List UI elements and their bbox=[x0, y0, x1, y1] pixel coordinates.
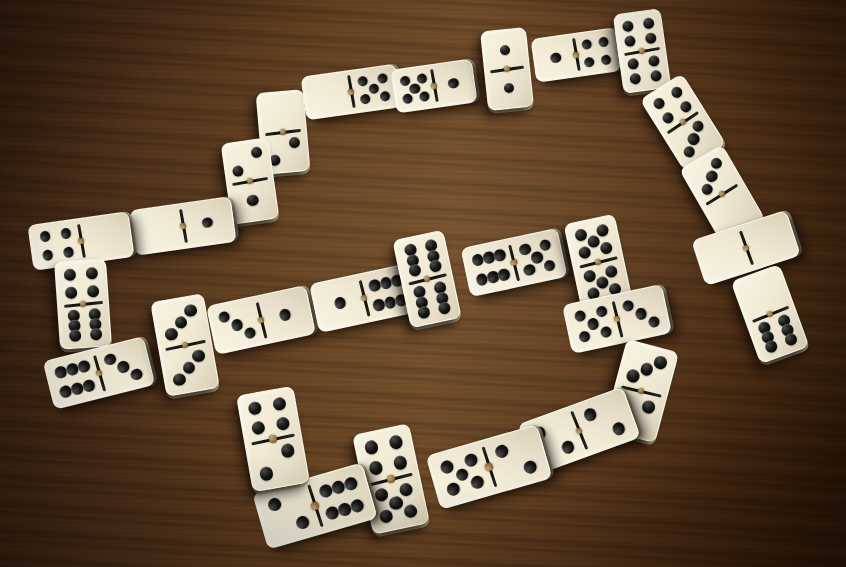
half-top-or-left-5 bbox=[566, 296, 620, 352]
half-top-or-left-3 bbox=[210, 297, 264, 353]
pip bbox=[642, 17, 654, 29]
pip bbox=[518, 242, 532, 256]
half-top-or-left-1 bbox=[313, 275, 367, 331]
pip bbox=[641, 399, 656, 414]
pip bbox=[364, 439, 380, 455]
pip bbox=[416, 73, 427, 84]
pip bbox=[454, 467, 470, 483]
pip bbox=[595, 275, 609, 289]
half-bottom-or-right-1 bbox=[228, 180, 278, 221]
half-top-or-left-1 bbox=[534, 34, 576, 81]
pip bbox=[251, 420, 267, 436]
pip bbox=[378, 508, 394, 524]
domino-6-3[interactable] bbox=[42, 336, 155, 410]
pip bbox=[243, 326, 257, 340]
pip bbox=[574, 228, 588, 242]
half-top-or-left-0 bbox=[257, 93, 306, 132]
pip bbox=[493, 248, 507, 262]
half-top-or-left-4 bbox=[614, 12, 664, 52]
pip bbox=[573, 309, 587, 323]
pip bbox=[669, 84, 685, 100]
pip bbox=[651, 96, 667, 112]
pip bbox=[409, 83, 420, 94]
domino-5-1[interactable] bbox=[390, 59, 477, 114]
pip bbox=[388, 434, 404, 450]
pip bbox=[182, 360, 196, 374]
domino-5-2[interactable] bbox=[426, 424, 553, 510]
half-top-or-left-2 bbox=[222, 141, 272, 182]
pip bbox=[627, 57, 639, 69]
pip bbox=[599, 325, 613, 339]
pip bbox=[469, 475, 485, 491]
pip bbox=[379, 91, 390, 102]
pip bbox=[266, 497, 283, 514]
half-top-or-left-1 bbox=[481, 31, 528, 69]
pip bbox=[448, 78, 459, 89]
half-top-or-left-0 bbox=[305, 71, 352, 118]
pip bbox=[62, 247, 74, 259]
pip bbox=[445, 482, 461, 498]
pip bbox=[647, 54, 659, 66]
pip bbox=[402, 93, 413, 104]
pip bbox=[639, 362, 654, 377]
pip bbox=[522, 460, 538, 476]
pip bbox=[704, 168, 720, 184]
pip bbox=[629, 73, 641, 85]
pip bbox=[582, 407, 598, 423]
half-bottom-or-right-2 bbox=[246, 436, 309, 488]
pip bbox=[82, 379, 96, 393]
pip bbox=[230, 318, 244, 332]
pip bbox=[103, 352, 117, 366]
pip bbox=[172, 372, 186, 386]
domino-0-1[interactable] bbox=[129, 196, 236, 256]
half-bottom-or-right-3 bbox=[160, 342, 219, 392]
pip bbox=[595, 223, 609, 237]
pip bbox=[599, 241, 613, 255]
pip bbox=[65, 286, 78, 299]
pip bbox=[600, 54, 611, 65]
half-top-or-left-5 bbox=[394, 65, 435, 111]
pip bbox=[578, 330, 592, 344]
pip bbox=[611, 421, 627, 437]
pip bbox=[626, 368, 641, 383]
pip bbox=[250, 146, 262, 158]
pip bbox=[543, 258, 557, 272]
domino-0-6[interactable] bbox=[731, 264, 810, 364]
pip bbox=[349, 498, 366, 515]
half-bottom-or-right-1 bbox=[258, 287, 312, 343]
pip bbox=[368, 83, 379, 94]
half-top-or-left-3 bbox=[152, 297, 211, 347]
pip bbox=[77, 359, 91, 373]
pip bbox=[560, 439, 576, 455]
domino-4-4[interactable] bbox=[613, 8, 672, 94]
pip bbox=[402, 503, 418, 519]
pip bbox=[463, 452, 479, 468]
domino-6-5[interactable] bbox=[460, 227, 567, 296]
pip bbox=[246, 194, 258, 206]
pip bbox=[374, 487, 390, 503]
pip bbox=[709, 155, 725, 171]
half-bottom-or-right-4 bbox=[575, 29, 617, 76]
pip bbox=[68, 329, 81, 342]
pip bbox=[681, 144, 697, 160]
wood-table-background bbox=[0, 0, 846, 567]
pip bbox=[191, 349, 205, 363]
pip bbox=[359, 94, 370, 105]
pip bbox=[64, 269, 77, 282]
half-bottom-or-right-1 bbox=[182, 198, 233, 248]
pip bbox=[439, 459, 455, 475]
pip bbox=[368, 460, 384, 476]
pip bbox=[183, 303, 197, 317]
half-bottom-or-right-6 bbox=[58, 304, 111, 345]
pip bbox=[586, 317, 600, 331]
pip bbox=[399, 75, 410, 86]
pip bbox=[60, 227, 72, 239]
pip bbox=[232, 164, 244, 176]
pip bbox=[294, 514, 311, 531]
pip bbox=[275, 416, 291, 432]
pip bbox=[398, 482, 414, 498]
pip bbox=[583, 269, 597, 283]
pip bbox=[699, 181, 715, 197]
pip bbox=[578, 246, 592, 260]
pip bbox=[647, 315, 661, 329]
pip bbox=[357, 75, 368, 86]
half-bottom-or-right-5 bbox=[350, 65, 397, 112]
pip bbox=[247, 400, 263, 416]
half-bottom-or-right-1 bbox=[485, 69, 532, 107]
pip bbox=[550, 52, 561, 63]
pip bbox=[392, 455, 408, 471]
pip bbox=[522, 263, 536, 277]
pip bbox=[259, 466, 275, 482]
pip bbox=[87, 285, 100, 298]
pip bbox=[686, 131, 702, 147]
domino-1-4[interactable] bbox=[530, 27, 621, 83]
pip bbox=[343, 475, 360, 492]
pip bbox=[116, 360, 130, 374]
pip bbox=[419, 91, 430, 102]
pip bbox=[494, 443, 510, 459]
pip bbox=[581, 39, 592, 50]
domino-0-5[interactable] bbox=[300, 64, 401, 121]
pip bbox=[634, 307, 648, 321]
pip bbox=[217, 310, 231, 324]
pip bbox=[678, 99, 694, 115]
pip bbox=[530, 250, 544, 264]
pip bbox=[42, 249, 54, 261]
pip bbox=[288, 137, 300, 149]
pip bbox=[388, 495, 404, 511]
pip bbox=[598, 36, 609, 47]
half-bottom-or-right-0 bbox=[80, 213, 131, 263]
pip bbox=[497, 268, 511, 282]
half-bottom-or-right-3 bbox=[614, 286, 668, 342]
pip bbox=[587, 234, 601, 248]
pip bbox=[164, 327, 178, 341]
pip bbox=[653, 355, 668, 370]
pip bbox=[644, 32, 656, 44]
pip bbox=[280, 443, 296, 459]
pip bbox=[621, 299, 635, 313]
pip bbox=[89, 328, 102, 341]
pip bbox=[604, 264, 618, 278]
pip bbox=[503, 82, 515, 94]
domino-4-2[interactable] bbox=[236, 386, 310, 493]
domino-4-6[interactable] bbox=[54, 258, 112, 349]
pip bbox=[538, 238, 552, 252]
pip bbox=[272, 396, 288, 412]
pip bbox=[583, 57, 594, 68]
half-bottom-or-right-1 bbox=[433, 60, 474, 106]
half-top-or-left-0 bbox=[133, 204, 184, 254]
pip bbox=[85, 267, 98, 280]
half-bottom-or-right-5 bbox=[511, 229, 564, 285]
pip bbox=[278, 308, 292, 322]
pip bbox=[201, 217, 213, 229]
domino-3-1[interactable] bbox=[206, 285, 316, 355]
pip bbox=[624, 35, 636, 47]
pip bbox=[660, 110, 676, 126]
pip bbox=[650, 70, 662, 82]
pip bbox=[39, 230, 51, 242]
pip bbox=[595, 305, 609, 319]
pip bbox=[130, 368, 144, 382]
pip bbox=[499, 44, 511, 56]
pip bbox=[174, 315, 188, 329]
half-top-or-left-4 bbox=[55, 262, 108, 303]
pip bbox=[622, 20, 634, 32]
pip bbox=[333, 296, 347, 310]
pip bbox=[377, 73, 388, 84]
domino-1-1[interactable] bbox=[480, 27, 534, 111]
